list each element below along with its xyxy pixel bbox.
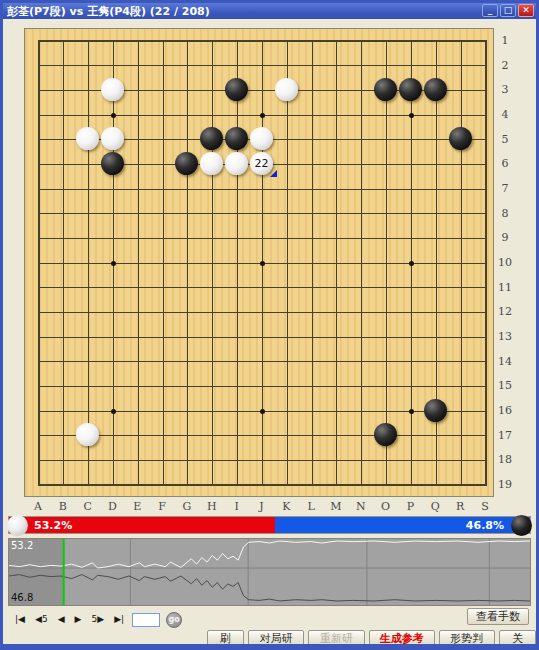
nav-back5-button[interactable]: ◀5	[33, 614, 50, 625]
star-point	[409, 113, 414, 118]
black-stone-icon	[511, 515, 532, 536]
nav-back-button[interactable]: ◀	[56, 614, 67, 625]
grid-line-vertical	[336, 40, 337, 486]
row-label-12: 12	[496, 305, 514, 318]
column-label-Q: Q	[428, 500, 442, 513]
black-stone-I5[interactable]	[225, 127, 248, 150]
row-label-14: 14	[496, 355, 514, 368]
white-stone-C17[interactable]	[76, 423, 99, 446]
row-label-5: 5	[496, 133, 514, 146]
go-button[interactable]: go	[166, 612, 182, 628]
black-stone-R5[interactable]	[449, 127, 472, 150]
grid-line-horizontal	[38, 287, 487, 288]
grid-line-vertical	[287, 40, 288, 486]
row-label-6: 6	[496, 157, 514, 170]
column-label-B: B	[56, 500, 70, 513]
window-title: 彭荃(P7段) vs 王隽(P4段) (22 / 208)	[7, 4, 210, 19]
column-label-H: H	[205, 500, 219, 513]
column-label-L: L	[304, 500, 318, 513]
title-bar[interactable]: 彭荃(P7段) vs 王隽(P4段) (22 / 208) _ □ ✕	[3, 3, 536, 19]
white-stone-D5[interactable]	[101, 127, 124, 150]
column-label-P: P	[403, 500, 417, 513]
bottom-border	[3, 644, 536, 647]
current-move-marker-icon	[270, 170, 277, 177]
column-label-S: S	[478, 500, 492, 513]
row-label-13: 13	[496, 330, 514, 343]
white-stone-C5[interactable]	[76, 127, 99, 150]
column-label-J: J	[254, 500, 268, 513]
column-label-K: K	[279, 500, 293, 513]
close-button[interactable]: ✕	[518, 4, 534, 17]
white-stone-J6[interactable]: 22	[250, 152, 273, 175]
column-label-F: F	[155, 500, 169, 513]
row-label-16: 16	[496, 404, 514, 417]
column-label-I: I	[230, 500, 244, 513]
grid-line-horizontal	[38, 386, 487, 387]
black-stone-O17[interactable]	[374, 423, 397, 446]
grid-line-horizontal	[38, 361, 487, 362]
star-point	[111, 409, 116, 414]
column-label-R: R	[453, 500, 467, 513]
black-stone-G6[interactable]	[175, 152, 198, 175]
row-label-19: 19	[496, 478, 514, 491]
column-label-O: O	[379, 500, 393, 513]
row-label-17: 17	[496, 429, 514, 442]
grid-line-vertical	[485, 40, 487, 486]
white-stone-icon	[7, 515, 28, 536]
nav-last-button[interactable]: ▶|	[112, 614, 126, 625]
game-window: 彭荃(P7段) vs 王隽(P4段) (22 / 208) _ □ ✕ 22 5…	[0, 0, 539, 650]
window-content: 22 53.2% 46.8% 53.2 46.8 |◀◀5◀▶5▶▶| go 查…	[3, 19, 536, 647]
black-stone-P3[interactable]	[399, 78, 422, 101]
current-move-number: 22	[254, 158, 268, 169]
row-label-1: 1	[496, 34, 514, 47]
grid-line-horizontal	[38, 435, 487, 436]
row-label-7: 7	[496, 182, 514, 195]
maximize-button[interactable]: □	[500, 4, 516, 17]
column-label-A: A	[31, 500, 45, 513]
column-label-D: D	[105, 500, 119, 513]
row-label-18: 18	[496, 453, 514, 466]
row-label-10: 10	[496, 256, 514, 269]
star-point	[260, 261, 265, 266]
star-point	[260, 409, 265, 414]
star-point	[111, 261, 116, 266]
column-label-M: M	[329, 500, 343, 513]
row-label-2: 2	[496, 59, 514, 72]
column-label-C: C	[81, 500, 95, 513]
grid-line-horizontal	[38, 460, 487, 461]
nav-forward5-button[interactable]: 5▶	[89, 614, 106, 625]
grid-line-horizontal	[38, 337, 487, 338]
graph-top-value: 53.2	[11, 541, 33, 551]
row-label-4: 4	[496, 108, 514, 121]
winrate-graph-canvas	[9, 539, 530, 605]
column-label-N: N	[354, 500, 368, 513]
nav-first-button[interactable]: |◀	[13, 614, 27, 625]
row-label-15: 15	[496, 379, 514, 392]
column-label-G: G	[180, 500, 194, 513]
black-stone-Q16[interactable]	[424, 399, 447, 422]
graph-bottom-value: 46.8	[11, 593, 33, 603]
minimize-button[interactable]: _	[482, 4, 498, 17]
row-label-3: 3	[496, 83, 514, 96]
white-stone-I6[interactable]	[225, 152, 248, 175]
star-point	[409, 261, 414, 266]
star-point	[260, 113, 265, 118]
move-navigation: |◀◀5◀▶5▶▶| go	[13, 611, 182, 628]
winrate-bar: 53.2% 46.8%	[8, 516, 531, 534]
grid-line-vertical	[312, 40, 313, 486]
nav-forward-button[interactable]: ▶	[73, 614, 84, 625]
grid-line-vertical	[461, 40, 462, 486]
move-number-input[interactable]	[132, 613, 160, 627]
grid-line-horizontal	[38, 484, 487, 486]
go-board[interactable]: 22	[24, 28, 494, 497]
row-label-8: 8	[496, 207, 514, 220]
grid-line-vertical	[361, 40, 362, 486]
row-label-9: 9	[496, 231, 514, 244]
white-winrate-label: 53.2%	[34, 519, 72, 532]
black-stone-O3[interactable]	[374, 78, 397, 101]
grid-line-horizontal	[38, 312, 487, 313]
white-stone-J5[interactable]	[250, 127, 273, 150]
star-point	[409, 409, 414, 414]
star-point	[111, 113, 116, 118]
white-stone-K3[interactable]	[275, 78, 298, 101]
winrate-graph[interactable]: 53.2 46.8	[8, 538, 531, 606]
black-winrate-label: 46.8%	[466, 519, 504, 532]
black-stone-I3[interactable]	[225, 78, 248, 101]
view-move-numbers-button[interactable]: 查看手数	[467, 608, 529, 625]
white-stone-D3[interactable]	[101, 78, 124, 101]
row-label-11: 11	[496, 281, 514, 294]
black-stone-Q3[interactable]	[424, 78, 447, 101]
black-stone-D6[interactable]	[101, 152, 124, 175]
black-stone-H5[interactable]	[200, 127, 223, 150]
white-stone-H6[interactable]	[200, 152, 223, 175]
grid-line-vertical	[386, 40, 387, 486]
column-label-E: E	[130, 500, 144, 513]
